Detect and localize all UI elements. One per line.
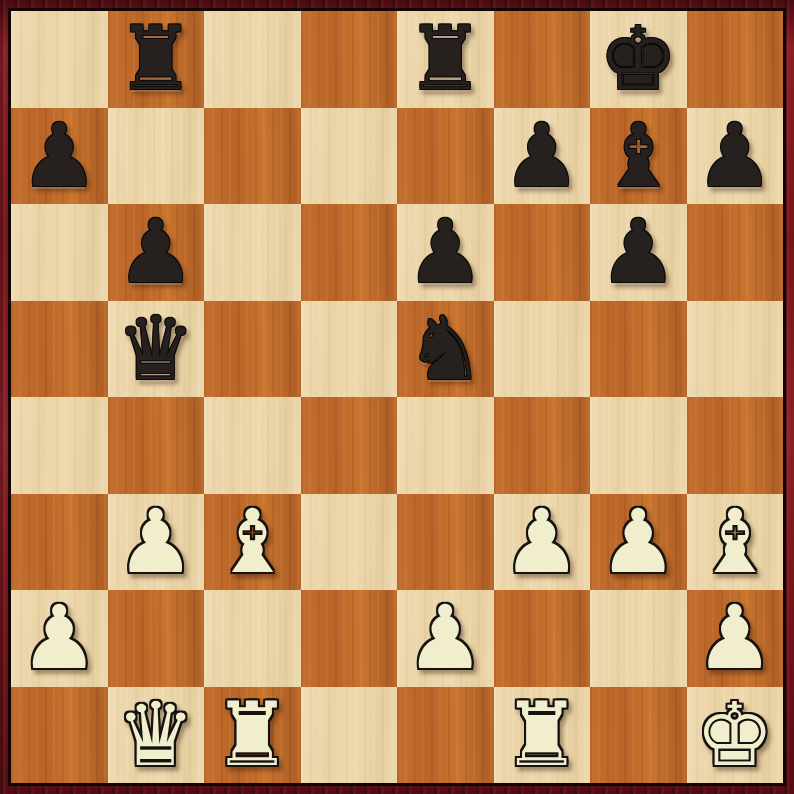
square-e5[interactable]: ♞	[397, 301, 494, 398]
white-pawn-h2[interactable]: ♟	[695, 594, 774, 682]
square-g7[interactable]: ♝	[590, 108, 687, 205]
square-d8[interactable]	[301, 11, 398, 108]
black-rook-e8[interactable]: ♜	[406, 15, 485, 103]
square-g6[interactable]: ♟	[590, 204, 687, 301]
square-c8[interactable]	[204, 11, 301, 108]
black-pawn-a7[interactable]: ♟	[20, 112, 99, 200]
square-e4[interactable]	[397, 397, 494, 494]
white-rook-c1[interactable]: ♜	[213, 691, 292, 779]
square-g1[interactable]	[590, 687, 687, 784]
square-h6[interactable]	[687, 204, 784, 301]
square-g4[interactable]	[590, 397, 687, 494]
square-c2[interactable]	[204, 590, 301, 687]
square-c3[interactable]: ♝	[204, 494, 301, 591]
square-d2[interactable]	[301, 590, 398, 687]
square-d1[interactable]	[301, 687, 398, 784]
square-g3[interactable]: ♟	[590, 494, 687, 591]
black-pawn-h7[interactable]: ♟	[695, 112, 774, 200]
square-b8[interactable]: ♜	[108, 11, 205, 108]
black-queen-b5[interactable]: ♛	[116, 305, 195, 393]
square-h1[interactable]: ♚	[687, 687, 784, 784]
chess-board: ♜♜♚♟♟♝♟♟♟♟♛♞♟♝♟♟♝♟♟♟♛♜♜♚	[8, 8, 786, 786]
square-d4[interactable]	[301, 397, 398, 494]
white-pawn-a2[interactable]: ♟	[20, 594, 99, 682]
square-b4[interactable]	[108, 397, 205, 494]
square-d7[interactable]	[301, 108, 398, 205]
black-knight-e5[interactable]: ♞	[406, 305, 485, 393]
square-d3[interactable]	[301, 494, 398, 591]
square-h7[interactable]: ♟	[687, 108, 784, 205]
square-a8[interactable]	[11, 11, 108, 108]
square-b2[interactable]	[108, 590, 205, 687]
square-e2[interactable]: ♟	[397, 590, 494, 687]
white-king-h1[interactable]: ♚	[695, 691, 774, 779]
black-pawn-e6[interactable]: ♟	[406, 208, 485, 296]
square-g2[interactable]	[590, 590, 687, 687]
square-f4[interactable]	[494, 397, 591, 494]
square-f5[interactable]	[494, 301, 591, 398]
square-e6[interactable]: ♟	[397, 204, 494, 301]
square-g5[interactable]	[590, 301, 687, 398]
square-b3[interactable]: ♟	[108, 494, 205, 591]
black-king-g8[interactable]: ♚	[599, 15, 678, 103]
square-a1[interactable]	[11, 687, 108, 784]
square-d6[interactable]	[301, 204, 398, 301]
square-h5[interactable]	[687, 301, 784, 398]
square-c7[interactable]	[204, 108, 301, 205]
white-pawn-g3[interactable]: ♟	[599, 498, 678, 586]
square-a6[interactable]	[11, 204, 108, 301]
square-b7[interactable]	[108, 108, 205, 205]
white-bishop-c3[interactable]: ♝	[213, 498, 292, 586]
square-a5[interactable]	[11, 301, 108, 398]
square-e7[interactable]	[397, 108, 494, 205]
white-bishop-h3[interactable]: ♝	[695, 498, 774, 586]
square-c6[interactable]	[204, 204, 301, 301]
black-pawn-f7[interactable]: ♟	[502, 112, 581, 200]
white-rook-f1[interactable]: ♜	[502, 691, 581, 779]
square-b6[interactable]: ♟	[108, 204, 205, 301]
white-pawn-b3[interactable]: ♟	[116, 498, 195, 586]
square-c5[interactable]	[204, 301, 301, 398]
square-h3[interactable]: ♝	[687, 494, 784, 591]
square-e8[interactable]: ♜	[397, 11, 494, 108]
square-b1[interactable]: ♛	[108, 687, 205, 784]
square-c4[interactable]	[204, 397, 301, 494]
square-b5[interactable]: ♛	[108, 301, 205, 398]
black-rook-b8[interactable]: ♜	[116, 15, 195, 103]
square-h4[interactable]	[687, 397, 784, 494]
black-bishop-g7[interactable]: ♝	[599, 112, 678, 200]
square-f1[interactable]: ♜	[494, 687, 591, 784]
white-pawn-f3[interactable]: ♟	[502, 498, 581, 586]
board-frame: ♜♜♚♟♟♝♟♟♟♟♛♞♟♝♟♟♝♟♟♟♛♜♜♚	[0, 0, 794, 794]
square-g8[interactable]: ♚	[590, 11, 687, 108]
white-queen-b1[interactable]: ♛	[116, 691, 195, 779]
square-a2[interactable]: ♟	[11, 590, 108, 687]
square-f3[interactable]: ♟	[494, 494, 591, 591]
square-e1[interactable]	[397, 687, 494, 784]
square-a4[interactable]	[11, 397, 108, 494]
white-pawn-e2[interactable]: ♟	[406, 594, 485, 682]
square-c1[interactable]: ♜	[204, 687, 301, 784]
square-f8[interactable]	[494, 11, 591, 108]
square-f6[interactable]	[494, 204, 591, 301]
square-h8[interactable]	[687, 11, 784, 108]
square-h2[interactable]: ♟	[687, 590, 784, 687]
square-a7[interactable]: ♟	[11, 108, 108, 205]
black-pawn-b6[interactable]: ♟	[116, 208, 195, 296]
black-pawn-g6[interactable]: ♟	[599, 208, 678, 296]
square-f7[interactable]: ♟	[494, 108, 591, 205]
square-e3[interactable]	[397, 494, 494, 591]
square-d5[interactable]	[301, 301, 398, 398]
square-f2[interactable]	[494, 590, 591, 687]
square-a3[interactable]	[11, 494, 108, 591]
